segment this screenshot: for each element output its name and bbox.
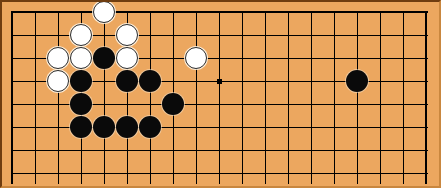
grid-vline [425,11,427,184]
grid-vline [242,11,243,184]
grid-vline [11,11,13,184]
grid-vline [35,11,36,184]
diagram-frame-inner [0,0,441,188]
grid-vline [58,11,59,184]
white-stone [116,47,138,69]
go-board [2,2,439,186]
grid-vline [219,11,220,184]
grid-vline [104,11,105,184]
go-diagram [0,0,441,188]
white-stone [116,24,138,46]
black-stone [346,70,368,92]
grid-vline [311,11,312,184]
white-stone [47,47,69,69]
black-stone [70,93,92,115]
grid-vline [288,11,289,184]
black-stone [70,70,92,92]
white-stone [47,70,69,92]
grid-hline [11,11,428,13]
grid-vline [196,11,197,184]
black-stone [139,116,161,138]
grid-vline [334,11,335,184]
star-point-marker [217,79,222,84]
black-stone [116,70,138,92]
white-stone [70,24,92,46]
grid-hline [11,173,428,174]
black-stone [93,116,115,138]
grid-vline [380,11,381,184]
black-stone [139,70,161,92]
black-stone [70,116,92,138]
grid-vline [357,11,358,184]
white-stone [185,47,207,69]
grid-hline [11,150,428,151]
black-stone [162,93,184,115]
grid-vline [265,11,266,184]
black-stone [93,47,115,69]
white-stone [70,47,92,69]
white-stone [93,2,115,23]
black-stone [116,116,138,138]
grid-vline [150,11,151,184]
grid-vline [403,11,404,184]
